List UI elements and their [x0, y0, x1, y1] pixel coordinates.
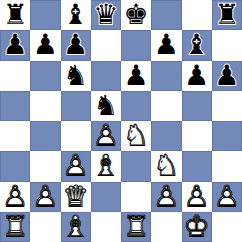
black-pawn-icon: ♟ — [182, 61, 212, 91]
square-c4[interactable] — [61, 121, 91, 151]
black-pawn-icon: ♟ — [61, 30, 91, 60]
square-e1[interactable]: ♜♜♖ — [121, 212, 151, 242]
square-g6[interactable]: ♟♟ — [182, 61, 212, 91]
piece-black-pawn[interactable]: ♟♟ — [0, 30, 30, 60]
square-f7[interactable]: ♟♟ — [151, 30, 181, 60]
white-pawn-outline-icon: ♙ — [151, 182, 181, 212]
piece-black-pawn[interactable]: ♟♟ — [182, 61, 212, 91]
piece-black-pawn[interactable]: ♟♟ — [61, 30, 91, 60]
piece-black-king[interactable]: ♚♚ — [121, 0, 151, 30]
square-g8[interactable] — [182, 0, 212, 30]
piece-white-pawn[interactable]: ♟♟♙ — [151, 182, 181, 212]
black-pawn-icon: ♟ — [151, 30, 181, 60]
black-rook-icon: ♜ — [212, 0, 242, 30]
square-d3[interactable]: ♝♝♗ — [91, 151, 121, 181]
piece-black-knight[interactable]: ♞♞ — [91, 91, 121, 121]
square-h4[interactable] — [212, 121, 242, 151]
square-e4[interactable]: ♞♞♘ — [121, 121, 151, 151]
black-pawn-icon: ♟ — [212, 61, 242, 91]
white-bishop-outline-icon: ♗ — [91, 151, 121, 181]
square-b7[interactable]: ♟♟ — [30, 30, 60, 60]
square-c7[interactable]: ♟♟ — [61, 30, 91, 60]
square-f3[interactable]: ♞♞♘ — [151, 151, 181, 181]
square-c3[interactable]: ♟♟♙ — [61, 151, 91, 181]
piece-black-rook[interactable]: ♜♜ — [0, 0, 30, 30]
square-f4[interactable] — [151, 121, 181, 151]
black-pawn-icon: ♟ — [0, 30, 30, 60]
square-d5[interactable]: ♞♞ — [91, 91, 121, 121]
square-f6[interactable] — [151, 61, 181, 91]
square-g7[interactable]: ♝♝ — [182, 30, 212, 60]
piece-white-pawn[interactable]: ♟♟♙ — [0, 182, 30, 212]
square-g2[interactable]: ♟♟♙ — [182, 182, 212, 212]
chess-board: ♜♜♝♝♛♛♚♚♜♜♟♟♟♟♟♟♟♟♝♝♞♞♟♟♟♟♟♟♞♞♟♟♙♞♞♘♟♟♙♝… — [0, 0, 242, 242]
square-e2[interactable] — [121, 182, 151, 212]
white-bishop-outline-icon: ♗ — [61, 212, 91, 242]
square-c6[interactable]: ♞♞ — [61, 61, 91, 91]
square-a8[interactable]: ♜♜ — [0, 0, 30, 30]
square-a6[interactable] — [0, 61, 30, 91]
white-rook-outline-icon: ♖ — [121, 212, 151, 242]
black-king-icon: ♚ — [121, 0, 151, 30]
piece-white-queen[interactable]: ♛♛♕ — [61, 182, 91, 212]
square-h2[interactable]: ♟♟♙ — [212, 182, 242, 212]
white-pawn-outline-icon: ♙ — [61, 151, 91, 181]
square-c2[interactable]: ♛♛♕ — [61, 182, 91, 212]
black-pawn-icon: ♟ — [30, 30, 60, 60]
square-h6[interactable]: ♟♟ — [212, 61, 242, 91]
square-a5[interactable] — [0, 91, 30, 121]
square-b1[interactable] — [30, 212, 60, 242]
piece-black-pawn[interactable]: ♟♟ — [121, 61, 151, 91]
square-b4[interactable] — [30, 121, 60, 151]
piece-black-knight[interactable]: ♞♞ — [61, 61, 91, 91]
square-b5[interactable] — [30, 91, 60, 121]
black-knight-icon: ♞ — [91, 91, 121, 121]
white-pawn-outline-icon: ♙ — [212, 182, 242, 212]
square-c1[interactable]: ♝♝♗ — [61, 212, 91, 242]
piece-white-pawn[interactable]: ♟♟♙ — [212, 182, 242, 212]
square-f1[interactable] — [151, 212, 181, 242]
square-e7[interactable] — [121, 30, 151, 60]
square-d6[interactable] — [91, 61, 121, 91]
square-c8[interactable]: ♝♝ — [61, 0, 91, 30]
square-h1[interactable] — [212, 212, 242, 242]
black-knight-icon: ♞ — [61, 61, 91, 91]
piece-white-knight[interactable]: ♞♞♘ — [151, 151, 181, 181]
piece-white-pawn[interactable]: ♟♟♙ — [91, 121, 121, 151]
piece-white-rook[interactable]: ♜♜♖ — [121, 212, 151, 242]
square-b2[interactable]: ♟♟♙ — [30, 182, 60, 212]
piece-black-queen[interactable]: ♛♛ — [91, 0, 121, 30]
piece-black-bishop[interactable]: ♝♝ — [61, 0, 91, 30]
square-d1[interactable] — [91, 212, 121, 242]
square-g3[interactable] — [182, 151, 212, 181]
square-g4[interactable] — [182, 121, 212, 151]
square-h7[interactable] — [212, 30, 242, 60]
square-d7[interactable] — [91, 30, 121, 60]
white-knight-outline-icon: ♘ — [121, 121, 151, 151]
piece-white-rook[interactable]: ♜♜♖ — [0, 212, 30, 242]
piece-white-pawn[interactable]: ♟♟♙ — [30, 182, 60, 212]
white-rook-outline-icon: ♖ — [0, 212, 30, 242]
square-a7[interactable]: ♟♟ — [0, 30, 30, 60]
black-rook-icon: ♜ — [0, 0, 30, 30]
white-pawn-outline-icon: ♙ — [30, 182, 60, 212]
square-b8[interactable] — [30, 0, 60, 30]
piece-black-pawn[interactable]: ♟♟ — [30, 30, 60, 60]
piece-white-bishop[interactable]: ♝♝♗ — [91, 151, 121, 181]
square-d2[interactable] — [91, 182, 121, 212]
square-b3[interactable] — [30, 151, 60, 181]
square-h5[interactable] — [212, 91, 242, 121]
white-pawn-outline-icon: ♙ — [91, 121, 121, 151]
square-d4[interactable]: ♟♟♙ — [91, 121, 121, 151]
square-e6[interactable]: ♟♟ — [121, 61, 151, 91]
square-f5[interactable] — [151, 91, 181, 121]
black-bishop-icon: ♝ — [61, 0, 91, 30]
square-e8[interactable]: ♚♚ — [121, 0, 151, 30]
square-a2[interactable]: ♟♟♙ — [0, 182, 30, 212]
white-pawn-outline-icon: ♙ — [0, 182, 30, 212]
square-h3[interactable] — [212, 151, 242, 181]
piece-white-pawn[interactable]: ♟♟♙ — [182, 182, 212, 212]
square-g1[interactable]: ♚♚♔ — [182, 212, 212, 242]
square-c5[interactable] — [61, 91, 91, 121]
black-bishop-icon: ♝ — [182, 30, 212, 60]
square-e5[interactable] — [121, 91, 151, 121]
square-f2[interactable]: ♟♟♙ — [151, 182, 181, 212]
square-a3[interactable] — [0, 151, 30, 181]
square-a4[interactable] — [0, 121, 30, 151]
piece-white-bishop[interactable]: ♝♝♗ — [61, 212, 91, 242]
piece-black-pawn[interactable]: ♟♟ — [151, 30, 181, 60]
square-e3[interactable] — [121, 151, 151, 181]
piece-black-bishop[interactable]: ♝♝ — [182, 30, 212, 60]
white-king-outline-icon: ♔ — [182, 212, 212, 242]
square-g5[interactable] — [182, 91, 212, 121]
white-pawn-outline-icon: ♙ — [182, 182, 212, 212]
piece-black-pawn[interactable]: ♟♟ — [212, 61, 242, 91]
square-d8[interactable]: ♛♛ — [91, 0, 121, 30]
square-a1[interactable]: ♜♜♖ — [0, 212, 30, 242]
piece-black-rook[interactable]: ♜♜ — [212, 0, 242, 30]
piece-white-knight[interactable]: ♞♞♘ — [121, 121, 151, 151]
white-queen-outline-icon: ♕ — [61, 182, 91, 212]
black-pawn-icon: ♟ — [121, 61, 151, 91]
piece-white-king[interactable]: ♚♚♔ — [182, 212, 212, 242]
square-b6[interactable] — [30, 61, 60, 91]
square-h8[interactable]: ♜♜ — [212, 0, 242, 30]
black-queen-icon: ♛ — [91, 0, 121, 30]
square-f8[interactable] — [151, 0, 181, 30]
piece-white-pawn[interactable]: ♟♟♙ — [61, 151, 91, 181]
white-knight-outline-icon: ♘ — [151, 151, 181, 181]
